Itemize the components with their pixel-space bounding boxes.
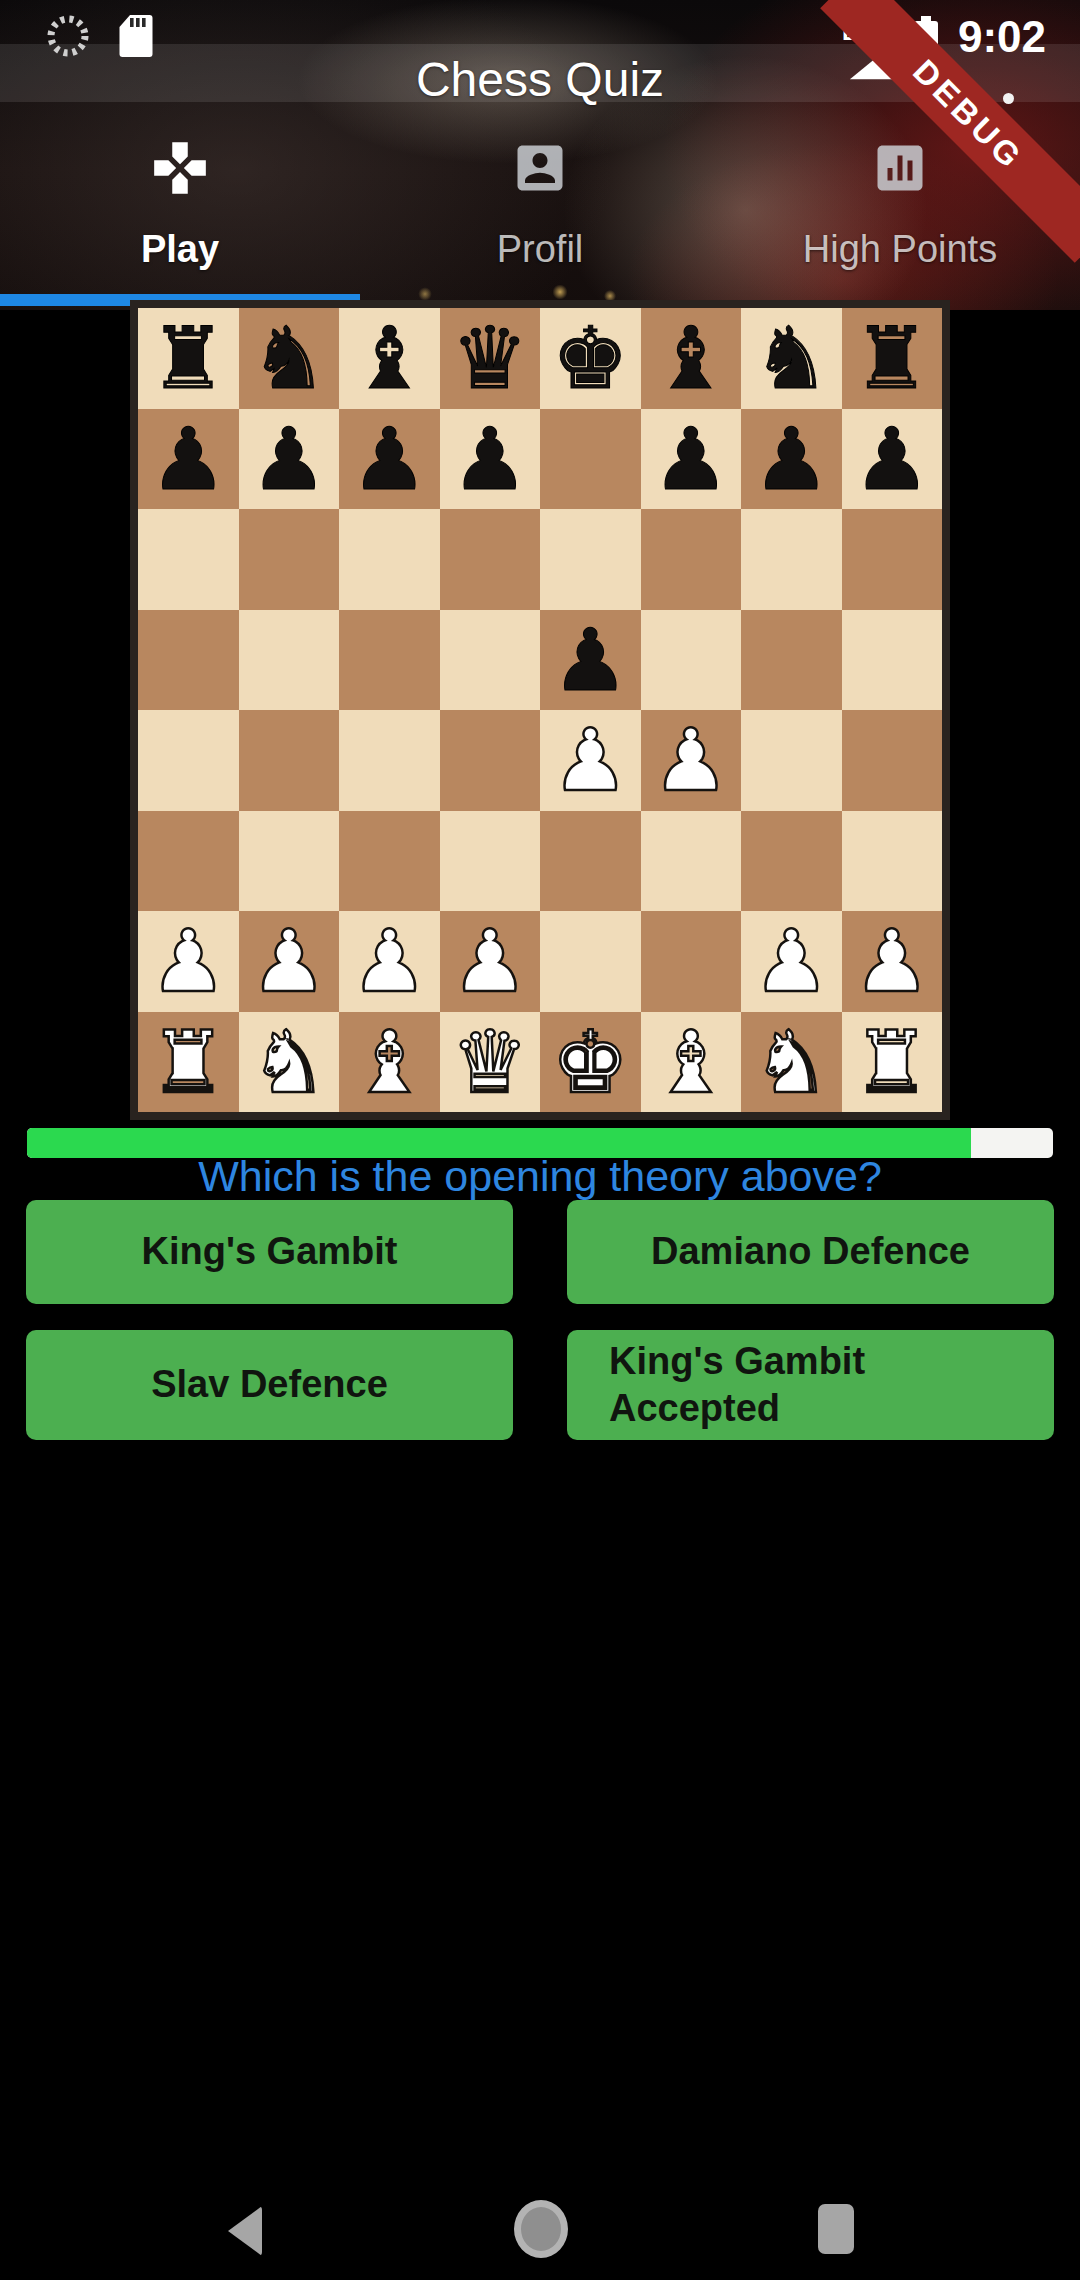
tab-high-points-label: High Points (803, 228, 997, 271)
black-bishop: ♝ (652, 315, 729, 401)
white-knight: ♞ (753, 1019, 830, 1105)
square-b8: ♞ (239, 308, 340, 409)
lte-label: LTE (842, 18, 886, 46)
square-f8: ♝ (641, 308, 742, 409)
square-c5 (339, 610, 440, 711)
tab-play-label: Play (141, 228, 219, 271)
black-rook: ♜ (150, 315, 227, 401)
square-c2: ♟ (339, 911, 440, 1012)
white-bishop: ♝ (351, 1019, 428, 1105)
square-c8: ♝ (339, 308, 440, 409)
square-e6 (540, 509, 641, 610)
square-a8: ♜ (138, 308, 239, 409)
tab-high-points[interactable]: High Points (720, 126, 1080, 296)
square-d6 (440, 509, 541, 610)
white-pawn: ♟ (250, 918, 327, 1004)
chess-board: ♜♞♝♛♚♝♞♜♟♟♟♟♟♟♟♟♟♟♟♟♟♟♟♟♜♞♝♛♚♝♞♜ (130, 300, 950, 1120)
square-g4 (741, 710, 842, 811)
white-queen: ♛ (451, 1019, 528, 1105)
square-a1: ♜ (138, 1012, 239, 1113)
square-b5 (239, 610, 340, 711)
square-h5 (842, 610, 943, 711)
black-bishop: ♝ (351, 315, 428, 401)
square-a2: ♟ (138, 911, 239, 1012)
square-f1: ♝ (641, 1012, 742, 1113)
square-e4: ♟ (540, 710, 641, 811)
black-pawn: ♟ (552, 617, 629, 703)
square-f5 (641, 610, 742, 711)
square-a4 (138, 710, 239, 811)
square-g7: ♟ (741, 409, 842, 510)
white-rook: ♜ (150, 1019, 227, 1105)
square-g3 (741, 811, 842, 912)
tab-profil[interactable]: Profil (360, 126, 720, 296)
square-g8: ♞ (741, 308, 842, 409)
square-d7: ♟ (440, 409, 541, 510)
square-b3 (239, 811, 340, 912)
white-pawn: ♟ (652, 717, 729, 803)
square-b1: ♞ (239, 1012, 340, 1113)
white-pawn: ♟ (351, 918, 428, 1004)
square-c1: ♝ (339, 1012, 440, 1113)
account-icon (510, 136, 570, 200)
square-f7: ♟ (641, 409, 742, 510)
white-pawn: ♟ (753, 918, 830, 1004)
white-king: ♚ (552, 1019, 629, 1105)
black-pawn: ♟ (150, 416, 227, 502)
chart-icon (870, 136, 930, 200)
square-a3 (138, 811, 239, 912)
square-d2: ♟ (440, 911, 541, 1012)
tab-bar: Play Profil High Points (0, 126, 1080, 310)
nav-bar (0, 2178, 1080, 2280)
quiz-question: Which is the opening theory above? (0, 1152, 1080, 1201)
white-bishop: ♝ (652, 1019, 729, 1105)
recents-icon[interactable] (818, 2204, 854, 2254)
square-b6 (239, 509, 340, 610)
square-e8: ♚ (540, 308, 641, 409)
square-b4 (239, 710, 340, 811)
square-c3 (339, 811, 440, 912)
tab-play[interactable]: Play (0, 126, 360, 296)
black-pawn: ♟ (853, 416, 930, 502)
square-e1: ♚ (540, 1012, 641, 1113)
square-h4 (842, 710, 943, 811)
square-e3 (540, 811, 641, 912)
answer-button-3[interactable]: King's Gambit Accepted (567, 1330, 1054, 1440)
square-f6 (641, 509, 742, 610)
square-h8: ♜ (842, 308, 943, 409)
black-rook: ♜ (853, 315, 930, 401)
page-title: Chess Quiz (0, 52, 1080, 107)
tab-profil-label: Profil (497, 228, 584, 271)
white-pawn: ♟ (150, 918, 227, 1004)
square-c6 (339, 509, 440, 610)
menu-overflow-icon[interactable] (1003, 93, 1014, 104)
square-h3 (842, 811, 943, 912)
square-d1: ♛ (440, 1012, 541, 1113)
square-a5 (138, 610, 239, 711)
square-b7: ♟ (239, 409, 340, 510)
square-d8: ♛ (440, 308, 541, 409)
square-g6 (741, 509, 842, 610)
square-d4 (440, 710, 541, 811)
black-pawn: ♟ (351, 416, 428, 502)
screen: LTE 9:02 Chess Quiz DEBUG Play (0, 0, 1080, 2280)
square-a7: ♟ (138, 409, 239, 510)
square-f3 (641, 811, 742, 912)
square-f4: ♟ (641, 710, 742, 811)
square-h7: ♟ (842, 409, 943, 510)
back-icon[interactable] (228, 2206, 262, 2256)
square-d5 (440, 610, 541, 711)
square-h6 (842, 509, 943, 610)
white-pawn: ♟ (451, 918, 528, 1004)
square-h1: ♜ (842, 1012, 943, 1113)
white-pawn: ♟ (552, 717, 629, 803)
black-knight: ♞ (250, 315, 327, 401)
square-g2: ♟ (741, 911, 842, 1012)
black-pawn: ♟ (250, 416, 327, 502)
white-knight: ♞ (250, 1019, 327, 1105)
square-c7: ♟ (339, 409, 440, 510)
games-icon (149, 136, 211, 200)
answer-button-1[interactable]: Damiano Defence (567, 1200, 1054, 1304)
square-g5 (741, 610, 842, 711)
square-e2 (540, 911, 641, 1012)
answer-button-2[interactable]: Slav Defence (26, 1330, 513, 1440)
square-a6 (138, 509, 239, 610)
square-g1: ♞ (741, 1012, 842, 1113)
square-e7 (540, 409, 641, 510)
black-king: ♚ (552, 315, 629, 401)
white-pawn: ♟ (853, 918, 930, 1004)
black-pawn: ♟ (451, 416, 528, 502)
square-e5: ♟ (540, 610, 641, 711)
home-icon[interactable] (514, 2200, 568, 2258)
black-queen: ♛ (451, 315, 528, 401)
square-c4 (339, 710, 440, 811)
square-d3 (440, 811, 541, 912)
black-pawn: ♟ (652, 416, 729, 502)
square-b2: ♟ (239, 911, 340, 1012)
square-h2: ♟ (842, 911, 943, 1012)
black-knight: ♞ (753, 315, 830, 401)
square-f2 (641, 911, 742, 1012)
black-pawn: ♟ (753, 416, 830, 502)
answer-button-0[interactable]: King's Gambit (26, 1200, 513, 1304)
white-rook: ♜ (853, 1019, 930, 1105)
